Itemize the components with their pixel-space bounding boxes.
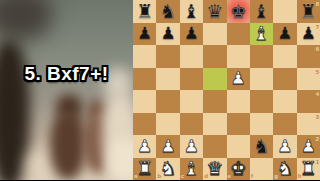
coord-rank-7: 7	[316, 24, 319, 30]
piece-black-king[interactable]: ♚	[227, 0, 250, 23]
square-b6[interactable]	[156, 45, 179, 68]
square-c5[interactable]	[180, 68, 203, 91]
move-caption: 5. Bxf7+!	[0, 63, 133, 85]
square-c8[interactable]: ♝	[180, 0, 203, 23]
square-h1[interactable]: ♜h1	[297, 158, 320, 181]
square-d2[interactable]	[203, 135, 226, 158]
square-a4[interactable]	[133, 90, 156, 113]
blurred-piece-silhouette-left	[0, 40, 30, 180]
coord-file-g: g	[274, 173, 278, 179]
square-g8[interactable]	[273, 0, 296, 23]
square-e1[interactable]: ♚e	[227, 158, 250, 181]
square-e8[interactable]: ♚	[227, 0, 250, 23]
blurred-white-piece-base	[110, 138, 133, 180]
square-e3[interactable]	[227, 113, 250, 136]
square-b4[interactable]	[156, 90, 179, 113]
square-c1[interactable]: ♝c	[180, 158, 203, 181]
coord-file-f: f	[251, 173, 253, 179]
coord-rank-2: 2	[316, 136, 319, 142]
coord-rank-4: 4	[316, 91, 319, 97]
square-a1[interactable]: ♜a	[133, 158, 156, 181]
square-h4[interactable]: 4	[297, 90, 320, 113]
square-b8[interactable]: ♞	[156, 0, 179, 23]
coord-file-d: d	[204, 173, 208, 179]
piece-white-pawn[interactable]: ♟	[227, 68, 250, 91]
square-e7[interactable]	[227, 23, 250, 46]
square-a8[interactable]: ♜	[133, 0, 156, 23]
blurred-pawn-body	[50, 110, 86, 180]
square-b2[interactable]: ♟	[156, 135, 179, 158]
square-h6[interactable]: 6	[297, 45, 320, 68]
piece-black-pawn[interactable]: ♟	[180, 23, 203, 46]
square-g5[interactable]	[273, 68, 296, 91]
square-c3[interactable]	[180, 113, 203, 136]
square-c6[interactable]	[180, 45, 203, 68]
square-e5[interactable]: ♟	[227, 68, 250, 91]
square-b7[interactable]: ♟	[156, 23, 179, 46]
coord-rank-8: 8	[316, 1, 319, 7]
square-e2[interactable]	[227, 135, 250, 158]
piece-white-pawn[interactable]: ♟	[180, 135, 203, 158]
square-c4[interactable]	[180, 90, 203, 113]
square-a6[interactable]	[133, 45, 156, 68]
coord-file-c: c	[181, 173, 184, 179]
coord-file-h: h	[298, 173, 302, 179]
coord-file-a: a	[134, 173, 137, 179]
square-b3[interactable]	[156, 113, 179, 136]
blurred-background-shadow	[0, 0, 52, 40]
square-f5[interactable]	[250, 68, 273, 91]
piece-black-rook[interactable]: ♜	[133, 0, 156, 23]
square-d5[interactable]	[203, 68, 226, 91]
piece-black-bishop[interactable]: ♝	[180, 0, 203, 23]
piece-black-bishop[interactable]: ♝	[250, 0, 273, 23]
square-d6[interactable]	[203, 45, 226, 68]
square-g7[interactable]: ♟	[273, 23, 296, 46]
square-a5[interactable]	[133, 68, 156, 91]
coord-rank-1: 1	[316, 159, 319, 165]
coord-rank-5: 5	[316, 69, 319, 75]
square-f2[interactable]: ♞	[250, 135, 273, 158]
square-d7[interactable]	[203, 23, 226, 46]
square-d8[interactable]: ♛	[203, 0, 226, 23]
square-f7[interactable]: ♝	[250, 23, 273, 46]
square-h5[interactable]: 5	[297, 68, 320, 91]
square-d3[interactable]	[203, 113, 226, 136]
square-g2[interactable]: ♟	[273, 135, 296, 158]
square-h2[interactable]: ♟2	[297, 135, 320, 158]
square-c2[interactable]: ♟	[180, 135, 203, 158]
square-a2[interactable]: ♟	[133, 135, 156, 158]
piece-white-bishop[interactable]: ♝	[250, 23, 273, 46]
square-c7[interactable]: ♟	[180, 23, 203, 46]
piece-black-knight[interactable]: ♞	[156, 0, 179, 23]
square-g6[interactable]	[273, 45, 296, 68]
square-f4[interactable]	[250, 90, 273, 113]
square-g4[interactable]	[273, 90, 296, 113]
video-frame: 5. Bxf7+! ♜♞♝♛♚♝♜8♟♟♟♝♟♟76♟543♟♟♟♞♟♟2♜a♞…	[0, 0, 320, 180]
square-f1[interactable]: f	[250, 158, 273, 181]
square-g1[interactable]: ♞g	[273, 158, 296, 181]
square-h7[interactable]: ♟7	[297, 23, 320, 46]
square-f8[interactable]: ♝	[250, 0, 273, 23]
square-f3[interactable]	[250, 113, 273, 136]
piece-black-pawn[interactable]: ♟	[156, 23, 179, 46]
piece-white-pawn[interactable]: ♟	[133, 135, 156, 158]
piece-black-knight[interactable]: ♞	[250, 135, 273, 158]
square-b1[interactable]: ♞b	[156, 158, 179, 181]
piece-white-pawn[interactable]: ♟	[156, 135, 179, 158]
square-f6[interactable]	[250, 45, 273, 68]
square-d1[interactable]: ♛d	[203, 158, 226, 181]
square-h8[interactable]: ♜8	[297, 0, 320, 23]
piece-black-pawn[interactable]: ♟	[133, 23, 156, 46]
coord-rank-6: 6	[316, 46, 319, 52]
blurred-photo-panel	[0, 0, 133, 180]
coord-file-b: b	[157, 173, 161, 179]
square-g3[interactable]	[273, 113, 296, 136]
piece-white-pawn[interactable]: ♟	[273, 135, 296, 158]
square-d4[interactable]	[203, 90, 226, 113]
square-e6[interactable]	[227, 45, 250, 68]
coord-rank-3: 3	[316, 114, 319, 120]
piece-black-pawn[interactable]: ♟	[273, 23, 296, 46]
square-a7[interactable]: ♟	[133, 23, 156, 46]
square-h3[interactable]: 3	[297, 113, 320, 136]
square-a3[interactable]	[133, 113, 156, 136]
coord-file-e: e	[228, 173, 231, 179]
chess-board: ♜♞♝♛♚♝♜8♟♟♟♝♟♟76♟543♟♟♟♞♟♟2♜a♞b♝c♛d♚ef♞g…	[133, 0, 320, 180]
square-b5[interactable]	[156, 68, 179, 91]
piece-black-queen[interactable]: ♛	[203, 0, 226, 23]
square-e4[interactable]	[227, 90, 250, 113]
